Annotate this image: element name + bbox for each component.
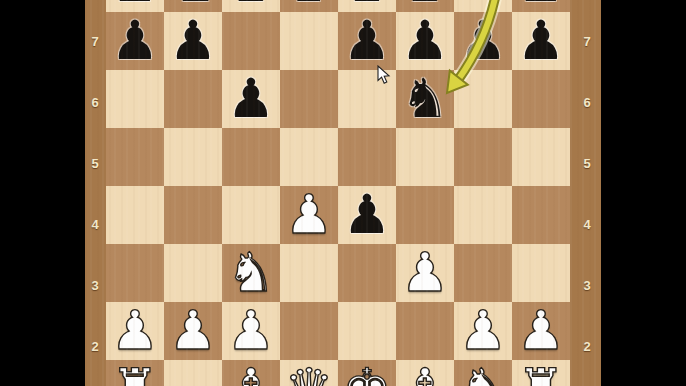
square-d2[interactable]	[280, 302, 338, 360]
rank-label-5: 5	[87, 155, 103, 173]
white-pawn-d4[interactable]: ♟	[285, 186, 333, 244]
chess-board: ♜♞♝♛♚♝♜♟♟♟♟♟♟♟♞♟♟♞♟♟♟♟♟♟♜♝♛♚♝♞♜ 76543276…	[85, 0, 601, 386]
square-f2[interactable]	[396, 302, 454, 360]
white-bishop-f1[interactable]: ♝	[401, 360, 449, 386]
square-h2[interactable]: ♟	[512, 302, 570, 360]
white-queen-d1[interactable]: ♛	[285, 360, 333, 386]
square-a6[interactable]	[106, 70, 164, 128]
rank-label-3: 3	[579, 277, 595, 295]
black-knight-f6[interactable]: ♞	[401, 70, 449, 128]
black-pawn-b7[interactable]: ♟	[169, 12, 217, 70]
square-c3[interactable]: ♞	[222, 244, 280, 302]
white-knight-g1[interactable]: ♞	[459, 360, 507, 386]
rank-label-6: 6	[87, 94, 103, 112]
square-h1[interactable]: ♜	[512, 360, 570, 386]
square-b1[interactable]	[164, 360, 222, 386]
square-h6[interactable]	[512, 70, 570, 128]
square-a4[interactable]	[106, 186, 164, 244]
square-f1[interactable]: ♝	[396, 360, 454, 386]
square-e1[interactable]: ♚	[338, 360, 396, 386]
square-g2[interactable]: ♟	[454, 302, 512, 360]
square-g7[interactable]: ♟	[454, 12, 512, 70]
black-pawn-h7[interactable]: ♟	[517, 12, 565, 70]
white-pawn-f3[interactable]: ♟	[401, 244, 449, 302]
rank-label-7: 7	[579, 33, 595, 51]
square-d6[interactable]	[280, 70, 338, 128]
square-h5[interactable]	[512, 128, 570, 186]
square-g3[interactable]	[454, 244, 512, 302]
square-c1[interactable]: ♝	[222, 360, 280, 386]
square-d3[interactable]	[280, 244, 338, 302]
rank-label-2: 2	[87, 338, 103, 356]
black-pawn-f7[interactable]: ♟	[401, 12, 449, 70]
rank-label-2: 2	[579, 338, 595, 356]
rank-label-7: 7	[87, 33, 103, 51]
white-rook-a1[interactable]: ♜	[111, 360, 159, 386]
black-queen-d8[interactable]: ♛	[285, 0, 333, 12]
square-d1[interactable]: ♛	[280, 360, 338, 386]
black-pawn-e7[interactable]: ♟	[343, 12, 391, 70]
rank-label-6: 6	[579, 94, 595, 112]
rank-label-3: 3	[87, 277, 103, 295]
square-h3[interactable]	[512, 244, 570, 302]
square-c2[interactable]: ♟	[222, 302, 280, 360]
square-g1[interactable]: ♞	[454, 360, 512, 386]
square-f4[interactable]	[396, 186, 454, 244]
square-e5[interactable]	[338, 128, 396, 186]
square-b3[interactable]	[164, 244, 222, 302]
square-g6[interactable]	[454, 70, 512, 128]
square-d5[interactable]	[280, 128, 338, 186]
board-squares: ♜♞♝♛♚♝♜♟♟♟♟♟♟♟♞♟♟♞♟♟♟♟♟♟♜♝♛♚♝♞♜	[106, 0, 570, 386]
square-e2[interactable]	[338, 302, 396, 360]
rank-label-4: 4	[579, 216, 595, 234]
square-f6[interactable]: ♞	[396, 70, 454, 128]
video-frame: ♜♞♝♛♚♝♜♟♟♟♟♟♟♟♞♟♟♞♟♟♟♟♟♟♜♝♛♚♝♞♜ 76543276…	[0, 0, 686, 386]
square-b5[interactable]	[164, 128, 222, 186]
square-c8[interactable]: ♝	[222, 0, 280, 12]
black-pawn-g7[interactable]: ♟	[459, 12, 507, 70]
square-h4[interactable]	[512, 186, 570, 244]
square-a1[interactable]: ♜	[106, 360, 164, 386]
square-e6[interactable]	[338, 70, 396, 128]
square-e3[interactable]	[338, 244, 396, 302]
square-d4[interactable]: ♟	[280, 186, 338, 244]
square-g4[interactable]	[454, 186, 512, 244]
black-pawn-c6[interactable]: ♟	[227, 70, 275, 128]
square-c6[interactable]: ♟	[222, 70, 280, 128]
white-pawn-g2[interactable]: ♟	[459, 302, 507, 360]
square-d7[interactable]	[280, 12, 338, 70]
square-b7[interactable]: ♟	[164, 12, 222, 70]
rank-label-5: 5	[579, 155, 595, 173]
square-e7[interactable]: ♟	[338, 12, 396, 70]
square-f3[interactable]: ♟	[396, 244, 454, 302]
white-pawn-a2[interactable]: ♟	[111, 302, 159, 360]
square-a3[interactable]	[106, 244, 164, 302]
white-pawn-h2[interactable]: ♟	[517, 302, 565, 360]
square-g5[interactable]	[454, 128, 512, 186]
square-e4[interactable]: ♟	[338, 186, 396, 244]
square-f7[interactable]: ♟	[396, 12, 454, 70]
black-pawn-a7[interactable]: ♟	[111, 12, 159, 70]
white-pawn-c2[interactable]: ♟	[227, 302, 275, 360]
square-a5[interactable]	[106, 128, 164, 186]
square-a2[interactable]: ♟	[106, 302, 164, 360]
square-d8[interactable]: ♛	[280, 0, 338, 12]
square-c4[interactable]	[222, 186, 280, 244]
rank-label-4: 4	[87, 216, 103, 234]
white-pawn-b2[interactable]: ♟	[169, 302, 217, 360]
white-king-e1[interactable]: ♚	[343, 360, 391, 386]
square-c7[interactable]	[222, 12, 280, 70]
square-b4[interactable]	[164, 186, 222, 244]
black-bishop-c8[interactable]: ♝	[227, 0, 275, 12]
square-a7[interactable]: ♟	[106, 12, 164, 70]
square-b6[interactable]	[164, 70, 222, 128]
square-b2[interactable]: ♟	[164, 302, 222, 360]
square-c5[interactable]	[222, 128, 280, 186]
square-f5[interactable]	[396, 128, 454, 186]
white-knight-c3[interactable]: ♞	[227, 244, 275, 302]
white-bishop-c1[interactable]: ♝	[227, 360, 275, 386]
black-pawn-e4[interactable]: ♟	[343, 186, 391, 244]
white-rook-h1[interactable]: ♜	[517, 360, 565, 386]
square-h7[interactable]: ♟	[512, 12, 570, 70]
